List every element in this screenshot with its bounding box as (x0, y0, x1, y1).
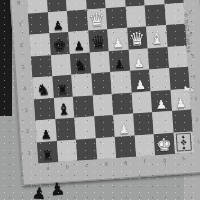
rank-label-left-2: 2 (26, 128, 30, 134)
square-f1[interactable] (134, 134, 155, 157)
king-glyph: ♚ (156, 136, 172, 154)
pawn-glyph: ♟ (135, 78, 147, 91)
square-f3[interactable] (131, 91, 152, 114)
square-g4[interactable] (149, 68, 170, 91)
square-a5[interactable] (31, 55, 52, 78)
knight-glyph: ♞ (73, 58, 87, 74)
pawn-glyph: ♟ (112, 37, 124, 50)
pawn-glyph: ♟ (40, 128, 52, 141)
chess-board[interactable]: ♟♛♚♟♛♟♛♝♞♟♟♞♜♟♝♟♟♟♟♜♚◆❖◆ (26, 0, 194, 163)
square-g5[interactable] (148, 47, 169, 70)
piece-black-knight-a4[interactable]: ♞ (32, 76, 53, 99)
bishop-glyph: ♝ (57, 102, 71, 118)
rank-label-left-7: 7 (18, 21, 22, 27)
rank-label-left-6: 6 (20, 42, 24, 48)
rank-label-right-6: 6 (190, 31, 193, 36)
pawn-glyph: ♟ (52, 19, 64, 32)
bishop-glyph: ♝ (150, 31, 164, 47)
dgt-logo-ornament: ◆❖◆ (175, 133, 191, 152)
file-label-g: g (163, 156, 167, 162)
pawn-glyph: ♟ (114, 58, 126, 71)
piece-white-king-g1[interactable]: ♚ (154, 132, 175, 155)
pawn-glyph: ♟ (118, 122, 130, 135)
rank-label-right-5: 5 (191, 53, 194, 58)
piece-black-rook-a1[interactable]: ♜ (37, 141, 58, 164)
square-d1[interactable] (95, 136, 116, 159)
piece-black-pawn-a2[interactable]: ♟ (35, 119, 56, 142)
square-e1[interactable] (115, 135, 136, 158)
board-photo: ♟♛♚♟♛♟♛♝♞♟♟♞♜♟♝♟♟♟♟♜♚◆❖◆ © DGT CHESS abc… (0, 0, 200, 200)
rank-label-left-3: 3 (24, 106, 28, 112)
square-e7[interactable] (106, 6, 127, 29)
file-label-a: a (46, 165, 49, 171)
square-f7[interactable] (125, 5, 146, 28)
square-d4[interactable] (91, 72, 112, 95)
square-d5[interactable] (89, 51, 110, 74)
captured-black-pawn-2[interactable]: ♟ (31, 185, 47, 200)
pawn-glyph: ♟ (133, 57, 145, 70)
square-g2[interactable] (152, 111, 173, 134)
fallen-white-piece[interactable]: ♝ (181, 83, 196, 97)
piece-black-king-b6[interactable]: ♚ (49, 32, 70, 55)
square-b2[interactable] (55, 118, 76, 141)
piece-white-pawn-f5[interactable]: ♟ (128, 48, 149, 71)
rook-glyph: ♜ (56, 83, 69, 97)
knight-glyph: ♞ (36, 82, 50, 98)
queen-glyph: ♛ (88, 10, 105, 29)
rank-label-right-7: 7 (188, 10, 191, 15)
pawn-glyph: ♟ (175, 97, 187, 110)
queen-glyph: ♛ (129, 29, 146, 48)
square-c2[interactable] (74, 116, 95, 139)
rank-label-right-2: 2 (196, 117, 199, 122)
rank-label-left-8: 8 (17, 0, 21, 5)
square-e4[interactable] (110, 71, 131, 94)
pawn-glyph: ♟ (73, 39, 85, 52)
rank-label-right-1: 1 (197, 139, 200, 144)
square-e3[interactable] (112, 92, 133, 115)
piece-black-knight-c5[interactable]: ♞ (70, 52, 91, 75)
piece-black-pawn-c6[interactable]: ♟ (68, 31, 89, 54)
square-h2[interactable] (172, 110, 193, 133)
piece-white-pawn-e2[interactable]: ♟ (113, 114, 134, 137)
square-b5[interactable] (50, 53, 71, 76)
piece-black-pawn-b7[interactable]: ♟ (47, 10, 68, 33)
chess-board-frame: ♟♛♚♟♛♟♛♝♞♟♟♞♜♟♝♟♟♟♟♜♚◆❖◆ © DGT CHESS abc… (8, 0, 200, 185)
piece-white-pawn-f4[interactable]: ♟ (130, 69, 151, 92)
square-f2[interactable] (133, 112, 154, 135)
square-b1[interactable] (56, 139, 77, 162)
rank-label-left-1: 1 (27, 149, 31, 155)
file-label-d: d (104, 161, 108, 167)
square-h7[interactable] (164, 2, 185, 25)
file-label-c: c (85, 162, 88, 168)
king-glyph: ♚ (52, 37, 67, 54)
square-d3[interactable] (92, 94, 113, 117)
rank-label-left-5: 5 (21, 64, 25, 70)
file-label-f: f (143, 158, 145, 164)
piece-white-bishop-g6[interactable]: ♝ (146, 25, 167, 48)
piece-black-pawn-e5[interactable]: ♟ (109, 49, 130, 72)
square-c1[interactable] (76, 138, 97, 161)
captured-black-pawn-1[interactable]: ♟ (49, 180, 66, 199)
piece-white-queen-d7[interactable]: ♛ (86, 8, 107, 31)
piece-black-rook-b4[interactable]: ♜ (52, 75, 73, 98)
square-c3[interactable] (73, 95, 94, 118)
piece-white-pawn-e6[interactable]: ♟ (107, 28, 128, 51)
rank-label-right-4: 4 (193, 74, 196, 79)
file-label-h: h (182, 155, 186, 161)
piece-white-queen-f6[interactable]: ♛ (127, 26, 148, 49)
rook-glyph: ♜ (41, 148, 54, 162)
file-label-b: b (65, 163, 69, 169)
dgt-logo-square-h1: ◆❖◆ (173, 131, 194, 154)
square-a3[interactable] (34, 98, 55, 121)
square-d2[interactable] (94, 115, 115, 138)
square-g7[interactable] (145, 4, 166, 27)
piece-black-queen-d6[interactable]: ♛ (88, 29, 109, 52)
piece-black-bishop-b3[interactable]: ♝ (53, 96, 74, 119)
file-label-e: e (124, 159, 127, 165)
queen-glyph: ♛ (90, 33, 106, 51)
rank-label-left-4: 4 (23, 85, 27, 91)
piece-white-pawn-g3[interactable]: ♟ (151, 89, 172, 112)
square-a7[interactable] (28, 12, 49, 35)
square-c4[interactable] (71, 73, 92, 96)
square-a6[interactable] (29, 33, 50, 56)
square-c7[interactable] (67, 9, 88, 32)
pawn-glyph: ♟ (156, 98, 168, 111)
